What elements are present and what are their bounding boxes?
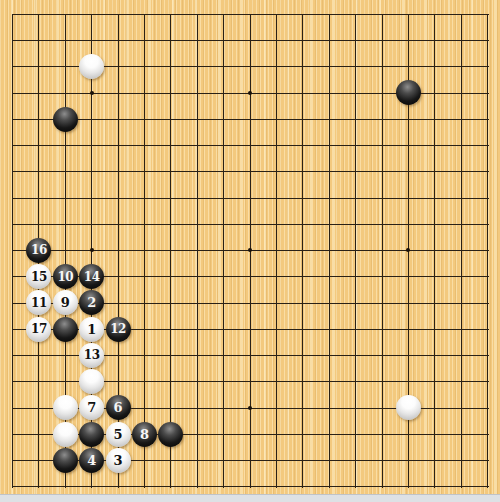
intersection[interactable]: [237, 473, 263, 494]
intersection[interactable]: [422, 290, 448, 316]
intersection[interactable]: [78, 106, 104, 132]
intersection[interactable]: [52, 132, 78, 158]
intersection[interactable]: [158, 473, 184, 494]
intersection[interactable]: [158, 53, 184, 79]
intersection[interactable]: [369, 342, 395, 368]
intersection[interactable]: [422, 1, 448, 27]
intersection[interactable]: [395, 421, 421, 447]
intersection[interactable]: [474, 106, 500, 132]
intersection[interactable]: [184, 421, 210, 447]
intersection[interactable]: [316, 395, 342, 421]
intersection[interactable]: [448, 342, 474, 368]
stone-white[interactable]: [53, 395, 78, 420]
intersection[interactable]: [290, 263, 316, 289]
intersection[interactable]: [52, 211, 78, 237]
intersection[interactable]: [105, 185, 131, 211]
intersection[interactable]: [78, 473, 104, 494]
intersection[interactable]: [422, 106, 448, 132]
intersection[interactable]: [105, 27, 131, 53]
stone-white-move-9[interactable]: 9: [53, 290, 78, 315]
stone-white[interactable]: [396, 395, 421, 420]
intersection[interactable]: [342, 316, 368, 342]
intersection[interactable]: [369, 132, 395, 158]
intersection[interactable]: [26, 473, 52, 494]
intersection[interactable]: [131, 53, 157, 79]
intersection[interactable]: [105, 263, 131, 289]
intersection[interactable]: [26, 185, 52, 211]
stone-black[interactable]: [53, 448, 78, 473]
intersection[interactable]: [369, 158, 395, 184]
intersection[interactable]: [263, 27, 289, 53]
intersection[interactable]: [52, 447, 78, 473]
intersection[interactable]: [26, 368, 52, 394]
intersection[interactable]: [448, 27, 474, 53]
intersection[interactable]: [52, 27, 78, 53]
intersection[interactable]: [448, 473, 474, 494]
intersection[interactable]: [448, 447, 474, 473]
intersection[interactable]: [237, 342, 263, 368]
stone-white-move-15[interactable]: 15: [26, 264, 51, 289]
intersection[interactable]: [290, 473, 316, 494]
stone-white-move-1[interactable]: 1: [79, 317, 104, 342]
intersection[interactable]: [369, 421, 395, 447]
intersection[interactable]: 12: [105, 316, 131, 342]
intersection[interactable]: [26, 158, 52, 184]
intersection[interactable]: [0, 80, 26, 106]
intersection[interactable]: [342, 237, 368, 263]
intersection[interactable]: [26, 1, 52, 27]
intersection[interactable]: [158, 1, 184, 27]
intersection[interactable]: [316, 290, 342, 316]
intersection[interactable]: [369, 395, 395, 421]
intersection[interactable]: [316, 27, 342, 53]
intersection[interactable]: [448, 316, 474, 342]
intersection[interactable]: [422, 27, 448, 53]
intersection[interactable]: [131, 395, 157, 421]
intersection[interactable]: [316, 368, 342, 394]
intersection[interactable]: [290, 447, 316, 473]
intersection[interactable]: [158, 263, 184, 289]
intersection[interactable]: [0, 185, 26, 211]
intersection[interactable]: [210, 368, 236, 394]
intersection[interactable]: [26, 342, 52, 368]
stone-white-move-11[interactable]: 11: [26, 290, 51, 315]
intersection[interactable]: [131, 132, 157, 158]
intersection[interactable]: [395, 211, 421, 237]
intersection[interactable]: [210, 53, 236, 79]
intersection[interactable]: [395, 237, 421, 263]
intersection[interactable]: [105, 80, 131, 106]
intersection[interactable]: [290, 132, 316, 158]
intersection[interactable]: [131, 80, 157, 106]
intersection[interactable]: [474, 368, 500, 394]
intersection[interactable]: [263, 1, 289, 27]
intersection[interactable]: [237, 1, 263, 27]
intersection[interactable]: [422, 421, 448, 447]
intersection[interactable]: [369, 80, 395, 106]
intersection[interactable]: 5: [105, 421, 131, 447]
stone-white-move-3[interactable]: 3: [106, 448, 131, 473]
intersection[interactable]: [448, 263, 474, 289]
intersection[interactable]: [290, 80, 316, 106]
intersection[interactable]: [0, 53, 26, 79]
intersection[interactable]: [0, 290, 26, 316]
intersection[interactable]: 3: [105, 447, 131, 473]
intersection[interactable]: [26, 211, 52, 237]
intersection[interactable]: [316, 447, 342, 473]
intersection[interactable]: [210, 316, 236, 342]
intersection[interactable]: [52, 237, 78, 263]
intersection[interactable]: [237, 447, 263, 473]
intersection[interactable]: [422, 53, 448, 79]
intersection[interactable]: [290, 53, 316, 79]
intersection[interactable]: [0, 27, 26, 53]
intersection[interactable]: [395, 80, 421, 106]
intersection[interactable]: [342, 80, 368, 106]
intersection[interactable]: [422, 368, 448, 394]
intersection[interactable]: [210, 211, 236, 237]
intersection[interactable]: [290, 342, 316, 368]
intersection[interactable]: [448, 290, 474, 316]
intersection[interactable]: [263, 237, 289, 263]
stone-black-move-8[interactable]: 8: [132, 422, 157, 447]
intersection[interactable]: [263, 185, 289, 211]
intersection[interactable]: [263, 290, 289, 316]
stone-black-move-12[interactable]: 12: [106, 317, 131, 342]
intersection[interactable]: [131, 368, 157, 394]
intersection[interactable]: [474, 185, 500, 211]
intersection[interactable]: [474, 473, 500, 494]
intersection[interactable]: [131, 263, 157, 289]
intersection[interactable]: [52, 106, 78, 132]
intersection[interactable]: [316, 237, 342, 263]
intersection[interactable]: [184, 185, 210, 211]
intersection[interactable]: [184, 473, 210, 494]
stone-black[interactable]: [158, 422, 183, 447]
intersection[interactable]: 13: [78, 342, 104, 368]
intersection[interactable]: [448, 185, 474, 211]
stone-black-move-16[interactable]: 16: [26, 238, 51, 263]
intersection[interactable]: [184, 316, 210, 342]
intersection[interactable]: [78, 1, 104, 27]
intersection[interactable]: [316, 1, 342, 27]
intersection[interactable]: [448, 1, 474, 27]
intersection[interactable]: [158, 316, 184, 342]
intersection[interactable]: [131, 316, 157, 342]
intersection[interactable]: [131, 158, 157, 184]
intersection[interactable]: [52, 80, 78, 106]
intersection[interactable]: [0, 342, 26, 368]
intersection[interactable]: [316, 132, 342, 158]
intersection[interactable]: [52, 53, 78, 79]
intersection[interactable]: [105, 368, 131, 394]
intersection[interactable]: [52, 342, 78, 368]
intersection[interactable]: [237, 211, 263, 237]
intersection[interactable]: [395, 263, 421, 289]
intersection[interactable]: [474, 211, 500, 237]
stone-black[interactable]: [79, 422, 104, 447]
intersection[interactable]: [158, 132, 184, 158]
intersection[interactable]: [184, 27, 210, 53]
intersection[interactable]: [474, 342, 500, 368]
intersection[interactable]: [210, 395, 236, 421]
intersection[interactable]: [290, 290, 316, 316]
intersection[interactable]: [131, 342, 157, 368]
intersection[interactable]: [0, 237, 26, 263]
intersection[interactable]: [210, 106, 236, 132]
intersection[interactable]: [105, 158, 131, 184]
intersection[interactable]: [105, 106, 131, 132]
intersection[interactable]: [0, 368, 26, 394]
intersection[interactable]: [158, 80, 184, 106]
intersection[interactable]: [342, 106, 368, 132]
intersection[interactable]: [395, 132, 421, 158]
intersection[interactable]: [184, 263, 210, 289]
intersection[interactable]: [0, 106, 26, 132]
intersection[interactable]: [237, 421, 263, 447]
intersection[interactable]: [263, 421, 289, 447]
intersection[interactable]: [290, 368, 316, 394]
intersection[interactable]: [342, 473, 368, 494]
intersection[interactable]: [78, 237, 104, 263]
intersection[interactable]: [26, 53, 52, 79]
intersection[interactable]: [184, 132, 210, 158]
intersection[interactable]: [448, 368, 474, 394]
intersection[interactable]: [474, 421, 500, 447]
stone-white-move-5[interactable]: 5: [106, 422, 131, 447]
intersection[interactable]: [210, 342, 236, 368]
intersection[interactable]: [474, 263, 500, 289]
intersection[interactable]: [369, 53, 395, 79]
intersection[interactable]: [210, 132, 236, 158]
intersection[interactable]: [395, 106, 421, 132]
intersection[interactable]: [210, 185, 236, 211]
intersection[interactable]: [52, 368, 78, 394]
intersection[interactable]: [0, 132, 26, 158]
intersection[interactable]: [474, 53, 500, 79]
intersection[interactable]: [316, 106, 342, 132]
intersection[interactable]: [0, 473, 26, 494]
stone-white[interactable]: [79, 54, 104, 79]
intersection[interactable]: [422, 185, 448, 211]
intersection[interactable]: [369, 211, 395, 237]
intersection[interactable]: [158, 185, 184, 211]
intersection[interactable]: [210, 290, 236, 316]
intersection[interactable]: [395, 473, 421, 494]
intersection[interactable]: [422, 395, 448, 421]
intersection[interactable]: 17: [26, 316, 52, 342]
intersection[interactable]: 15: [26, 263, 52, 289]
intersection[interactable]: [474, 1, 500, 27]
stone-black-move-14[interactable]: 14: [79, 264, 104, 289]
intersection[interactable]: [0, 211, 26, 237]
intersection[interactable]: 7: [78, 395, 104, 421]
intersection[interactable]: [237, 158, 263, 184]
intersection[interactable]: [237, 53, 263, 79]
intersection[interactable]: [131, 106, 157, 132]
intersection[interactable]: [316, 473, 342, 494]
intersection[interactable]: [474, 447, 500, 473]
intersection[interactable]: [158, 158, 184, 184]
intersection[interactable]: [0, 316, 26, 342]
intersection[interactable]: [369, 368, 395, 394]
intersection[interactable]: [395, 290, 421, 316]
intersection[interactable]: [263, 316, 289, 342]
intersection[interactable]: [210, 447, 236, 473]
stone-black[interactable]: [53, 107, 78, 132]
intersection[interactable]: [0, 263, 26, 289]
intersection[interactable]: [422, 158, 448, 184]
intersection[interactable]: 1: [78, 316, 104, 342]
intersection[interactable]: [369, 1, 395, 27]
intersection[interactable]: [237, 132, 263, 158]
intersection[interactable]: [263, 395, 289, 421]
intersection[interactable]: [210, 158, 236, 184]
intersection[interactable]: [422, 473, 448, 494]
intersection[interactable]: [474, 27, 500, 53]
intersection[interactable]: [131, 211, 157, 237]
intersection[interactable]: [52, 185, 78, 211]
intersection[interactable]: [158, 290, 184, 316]
intersection[interactable]: [395, 1, 421, 27]
intersection[interactable]: [26, 132, 52, 158]
intersection[interactable]: [158, 211, 184, 237]
intersection[interactable]: [342, 132, 368, 158]
intersection[interactable]: 10: [52, 263, 78, 289]
intersection[interactable]: [78, 53, 104, 79]
intersection[interactable]: 11: [26, 290, 52, 316]
intersection[interactable]: [422, 237, 448, 263]
intersection[interactable]: [342, 211, 368, 237]
intersection[interactable]: [52, 421, 78, 447]
intersection[interactable]: [237, 106, 263, 132]
intersection[interactable]: [316, 263, 342, 289]
stone-white-move-7[interactable]: 7: [79, 395, 104, 420]
intersection[interactable]: [26, 421, 52, 447]
intersection[interactable]: [52, 316, 78, 342]
intersection[interactable]: [263, 447, 289, 473]
intersection[interactable]: [395, 185, 421, 211]
intersection[interactable]: [105, 211, 131, 237]
intersection[interactable]: [290, 395, 316, 421]
intersection[interactable]: [290, 237, 316, 263]
intersection[interactable]: [52, 158, 78, 184]
intersection[interactable]: [158, 342, 184, 368]
intersection[interactable]: [422, 80, 448, 106]
intersection[interactable]: [316, 158, 342, 184]
intersection[interactable]: [26, 106, 52, 132]
intersection[interactable]: [474, 158, 500, 184]
intersection[interactable]: [210, 1, 236, 27]
intersection[interactable]: [395, 27, 421, 53]
intersection[interactable]: [78, 368, 104, 394]
intersection[interactable]: 8: [131, 421, 157, 447]
intersection[interactable]: [105, 132, 131, 158]
intersection[interactable]: [237, 185, 263, 211]
intersection[interactable]: [369, 106, 395, 132]
intersection[interactable]: [0, 1, 26, 27]
intersection[interactable]: [422, 263, 448, 289]
intersection[interactable]: [448, 132, 474, 158]
intersection[interactable]: [369, 237, 395, 263]
intersection[interactable]: [422, 342, 448, 368]
intersection[interactable]: [78, 211, 104, 237]
intersection[interactable]: [78, 80, 104, 106]
intersection[interactable]: [263, 80, 289, 106]
intersection[interactable]: [395, 316, 421, 342]
intersection[interactable]: [0, 158, 26, 184]
intersection[interactable]: [131, 1, 157, 27]
intersection[interactable]: [369, 290, 395, 316]
intersection[interactable]: [342, 421, 368, 447]
intersection[interactable]: [78, 185, 104, 211]
intersection[interactable]: [290, 1, 316, 27]
intersection[interactable]: [263, 53, 289, 79]
intersection[interactable]: [342, 53, 368, 79]
intersection[interactable]: [210, 473, 236, 494]
intersection[interactable]: [316, 185, 342, 211]
intersection[interactable]: [105, 1, 131, 27]
intersection[interactable]: [474, 316, 500, 342]
stone-white[interactable]: [53, 422, 78, 447]
intersection[interactable]: 6: [105, 395, 131, 421]
intersection[interactable]: [263, 211, 289, 237]
intersection[interactable]: [78, 421, 104, 447]
intersection[interactable]: [105, 237, 131, 263]
intersection[interactable]: [131, 185, 157, 211]
intersection[interactable]: [210, 237, 236, 263]
intersection[interactable]: [184, 290, 210, 316]
intersection[interactable]: [184, 106, 210, 132]
intersection[interactable]: 16: [26, 237, 52, 263]
stone-black-move-6[interactable]: 6: [106, 395, 131, 420]
intersection[interactable]: [342, 1, 368, 27]
intersection[interactable]: [369, 185, 395, 211]
intersection[interactable]: [26, 80, 52, 106]
intersection[interactable]: [369, 263, 395, 289]
intersection[interactable]: [263, 158, 289, 184]
intersection[interactable]: [290, 185, 316, 211]
intersection[interactable]: [474, 395, 500, 421]
intersection[interactable]: [263, 342, 289, 368]
intersection[interactable]: [263, 132, 289, 158]
intersection[interactable]: [474, 237, 500, 263]
stone-black[interactable]: [53, 317, 78, 342]
intersection[interactable]: [448, 106, 474, 132]
intersection[interactable]: [263, 473, 289, 494]
intersection[interactable]: [369, 316, 395, 342]
intersection[interactable]: [237, 368, 263, 394]
intersection[interactable]: [131, 473, 157, 494]
intersection[interactable]: [78, 158, 104, 184]
intersection[interactable]: [448, 421, 474, 447]
intersection[interactable]: [131, 447, 157, 473]
intersection[interactable]: [26, 395, 52, 421]
intersection[interactable]: [395, 158, 421, 184]
intersection[interactable]: [158, 237, 184, 263]
intersection[interactable]: [448, 395, 474, 421]
intersection[interactable]: [316, 211, 342, 237]
intersection[interactable]: [263, 368, 289, 394]
intersection[interactable]: [184, 80, 210, 106]
intersection[interactable]: [158, 421, 184, 447]
intersection[interactable]: [78, 27, 104, 53]
intersection[interactable]: [342, 27, 368, 53]
intersection[interactable]: [78, 132, 104, 158]
intersection[interactable]: [448, 80, 474, 106]
intersection[interactable]: [158, 27, 184, 53]
intersection[interactable]: [131, 237, 157, 263]
